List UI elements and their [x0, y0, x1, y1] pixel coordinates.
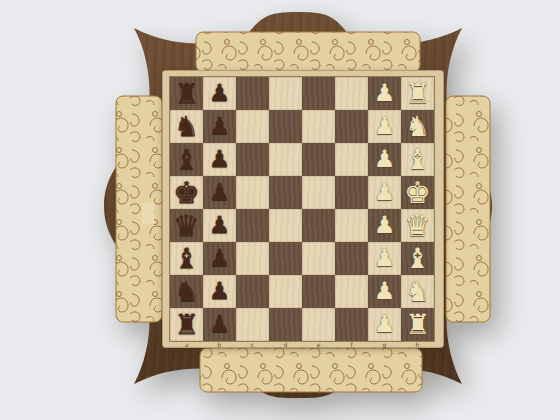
black-rook-h8[interactable]: ♜: [170, 77, 203, 110]
square-a2[interactable]: ♟: [368, 308, 401, 341]
square-f4[interactable]: [302, 143, 335, 176]
square-e2[interactable]: ♟: [368, 176, 401, 209]
square-b8[interactable]: ♞: [170, 275, 203, 308]
board-grid: ♜♟♟♜♞♟♟♞♝♟♟♝♚♟♟♚♛♟♟♛♝♟♟♝♞♟♟♞♜♟♟♜: [170, 77, 434, 341]
coordinate-label-g: g: [368, 341, 401, 348]
square-b4[interactable]: [302, 275, 335, 308]
square-c2[interactable]: ♟: [368, 242, 401, 275]
square-c4[interactable]: [302, 242, 335, 275]
square-a8[interactable]: ♜: [170, 308, 203, 341]
square-e3[interactable]: [335, 176, 368, 209]
square-c8[interactable]: ♝: [170, 242, 203, 275]
white-pawn-b2[interactable]: ♟: [368, 275, 401, 308]
coordinate-label-a: a: [170, 341, 203, 348]
black-bishop-c8[interactable]: ♝: [170, 242, 203, 275]
square-e8[interactable]: ♚: [170, 176, 203, 209]
square-e5[interactable]: [269, 176, 302, 209]
square-d3[interactable]: [335, 209, 368, 242]
square-e4[interactable]: [302, 176, 335, 209]
white-pawn-d2[interactable]: ♟: [368, 209, 401, 242]
square-h3[interactable]: [335, 77, 368, 110]
white-pawn-a2[interactable]: ♟: [368, 308, 401, 341]
square-c6[interactable]: [236, 242, 269, 275]
white-king-e1[interactable]: ♚: [401, 176, 434, 209]
carved-panel-top: [196, 32, 420, 72]
square-h4[interactable]: [302, 77, 335, 110]
square-g3[interactable]: [335, 110, 368, 143]
carved-panel-bottom: [200, 348, 422, 392]
square-d6[interactable]: [236, 209, 269, 242]
square-g7[interactable]: ♟: [203, 110, 236, 143]
coordinate-label-d: d: [269, 341, 302, 348]
white-pawn-f2[interactable]: ♟: [368, 143, 401, 176]
black-queen-d8[interactable]: ♛: [170, 209, 203, 242]
square-f2[interactable]: ♟: [368, 143, 401, 176]
carved-panel-left: [116, 96, 162, 322]
square-c3[interactable]: [335, 242, 368, 275]
square-h5[interactable]: [269, 77, 302, 110]
square-g2[interactable]: ♟: [368, 110, 401, 143]
square-c7[interactable]: ♟: [203, 242, 236, 275]
square-g5[interactable]: [269, 110, 302, 143]
square-f6[interactable]: [236, 143, 269, 176]
square-b7[interactable]: ♟: [203, 275, 236, 308]
coordinate-label-b: b: [203, 341, 236, 348]
bottom-coordinate-labels: abcdefgh: [170, 341, 434, 348]
carved-panel-right: [446, 96, 490, 322]
square-a3[interactable]: [335, 308, 368, 341]
square-d5[interactable]: [269, 209, 302, 242]
white-knight-b1[interactable]: ♞: [401, 275, 434, 308]
square-e6[interactable]: [236, 176, 269, 209]
white-pawn-h2[interactable]: ♟: [368, 77, 401, 110]
square-d7[interactable]: ♟: [203, 209, 236, 242]
square-d1[interactable]: ♛: [401, 209, 434, 242]
black-knight-g8[interactable]: ♞: [170, 110, 203, 143]
square-g1[interactable]: ♞: [401, 110, 434, 143]
square-b2[interactable]: ♟: [368, 275, 401, 308]
square-g6[interactable]: [236, 110, 269, 143]
square-f1[interactable]: ♝: [401, 143, 434, 176]
white-pawn-g2[interactable]: ♟: [368, 110, 401, 143]
square-h7[interactable]: ♟: [203, 77, 236, 110]
square-b3[interactable]: [335, 275, 368, 308]
coordinate-label-h: h: [401, 341, 434, 348]
black-king-e8[interactable]: ♚: [170, 176, 203, 209]
square-h2[interactable]: ♟: [368, 77, 401, 110]
coordinate-label-c: c: [236, 341, 269, 348]
square-f5[interactable]: [269, 143, 302, 176]
square-g8[interactable]: ♞: [170, 110, 203, 143]
black-pawn-h7[interactable]: ♟: [203, 77, 236, 110]
square-a5[interactable]: [269, 308, 302, 341]
black-pawn-f7[interactable]: ♟: [203, 143, 236, 176]
black-knight-b8[interactable]: ♞: [170, 275, 203, 308]
white-knight-g1[interactable]: ♞: [401, 110, 434, 143]
square-e1[interactable]: ♚: [401, 176, 434, 209]
chess-board: ♜♟♟♜♞♟♟♞♝♟♟♝♚♟♟♚♛♟♟♛♝♟♟♝♞♟♟♞♜♟♟♜ abcdefg…: [162, 70, 444, 348]
square-f3[interactable]: [335, 143, 368, 176]
black-pawn-e7[interactable]: ♟: [203, 176, 236, 209]
square-b5[interactable]: [269, 275, 302, 308]
photo-stage: ♜♟♟♜♞♟♟♞♝♟♟♝♚♟♟♚♛♟♟♛♝♟♟♝♞♟♟♞♜♟♟♜ abcdefg…: [0, 0, 560, 420]
square-a7[interactable]: ♟: [203, 308, 236, 341]
black-pawn-b7[interactable]: ♟: [203, 275, 236, 308]
coordinate-label-e: e: [302, 341, 335, 348]
coordinate-label-f: f: [335, 341, 368, 348]
black-pawn-a7[interactable]: ♟: [203, 308, 236, 341]
square-c1[interactable]: ♝: [401, 242, 434, 275]
black-pawn-d7[interactable]: ♟: [203, 209, 236, 242]
square-b6[interactable]: [236, 275, 269, 308]
white-bishop-f1[interactable]: ♝: [401, 143, 434, 176]
square-h6[interactable]: [236, 77, 269, 110]
white-pawn-e2[interactable]: ♟: [368, 176, 401, 209]
square-h8[interactable]: ♜: [170, 77, 203, 110]
square-a1[interactable]: ♜: [401, 308, 434, 341]
black-rook-a8[interactable]: ♜: [170, 308, 203, 341]
black-pawn-g7[interactable]: ♟: [203, 110, 236, 143]
square-d8[interactable]: ♛: [170, 209, 203, 242]
white-queen-d1[interactable]: ♛: [401, 209, 434, 242]
white-pawn-c2[interactable]: ♟: [368, 242, 401, 275]
square-h1[interactable]: ♜: [401, 77, 434, 110]
black-bishop-f8[interactable]: ♝: [170, 143, 203, 176]
square-c5[interactable]: [269, 242, 302, 275]
square-a6[interactable]: [236, 308, 269, 341]
white-rook-a1[interactable]: ♜: [401, 308, 434, 341]
square-b1[interactable]: ♞: [401, 275, 434, 308]
square-f8[interactable]: ♝: [170, 143, 203, 176]
square-d4[interactable]: [302, 209, 335, 242]
square-a4[interactable]: [302, 308, 335, 341]
white-rook-h1[interactable]: ♜: [401, 77, 434, 110]
square-d2[interactable]: ♟: [368, 209, 401, 242]
square-f7[interactable]: ♟: [203, 143, 236, 176]
square-e7[interactable]: ♟: [203, 176, 236, 209]
black-pawn-c7[interactable]: ♟: [203, 242, 236, 275]
square-g4[interactable]: [302, 110, 335, 143]
white-bishop-c1[interactable]: ♝: [401, 242, 434, 275]
